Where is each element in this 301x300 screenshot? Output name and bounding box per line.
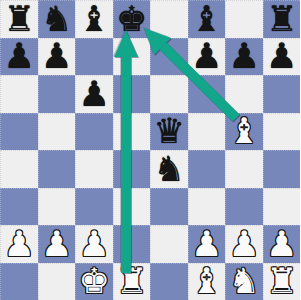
square-f6[interactable] [188,75,226,113]
piece-black-p-c6: ♟ [79,76,110,113]
square-c3[interactable] [75,188,113,226]
piece-white-r-h1: ♜ [266,263,297,300]
piece-white-b-f1: ♝ [191,263,222,300]
square-f8[interactable]: ♝ [188,0,226,38]
square-h6[interactable] [263,75,301,113]
piece-black-n-e4: ♞ [154,151,185,188]
square-a3[interactable] [0,188,38,226]
square-b4[interactable] [38,150,76,188]
square-c4[interactable] [75,150,113,188]
square-c2[interactable]: ♟ [75,225,113,263]
square-d2[interactable] [113,225,151,263]
piece-black-q-e5: ♛ [154,113,185,150]
square-e1[interactable] [150,263,188,300]
chess-board-screenshot: ♜♞♝♚♝♜♟♟♟♟♟♟♛♝♞♟♟♟♟♟♟♚♜♝♞♜ [0,0,300,300]
piece-white-p-a2: ♟ [4,226,35,263]
piece-black-k-d8: ♚ [116,1,147,38]
square-e8[interactable] [150,0,188,38]
square-g8[interactable] [225,0,263,38]
piece-black-b-c8: ♝ [79,1,110,38]
square-f2[interactable]: ♟ [188,225,226,263]
square-e5[interactable]: ♛ [150,113,188,151]
piece-black-b-f8: ♝ [191,1,222,38]
piece-white-n-g1: ♞ [229,263,260,300]
square-a8[interactable]: ♜ [0,0,38,38]
square-c5[interactable] [75,113,113,151]
square-d7[interactable] [113,38,151,76]
square-c6[interactable]: ♟ [75,75,113,113]
square-g3[interactable] [225,188,263,226]
square-h7[interactable]: ♟ [263,38,301,76]
piece-white-r-d1: ♜ [116,263,147,300]
piece-white-k-c1: ♚ [79,263,110,300]
square-c8[interactable]: ♝ [75,0,113,38]
square-d1[interactable]: ♜ [113,263,151,300]
piece-black-p-b7: ♟ [41,38,72,75]
square-d5[interactable] [113,113,151,151]
square-h5[interactable] [263,113,301,151]
square-e3[interactable] [150,188,188,226]
square-a4[interactable] [0,150,38,188]
square-d4[interactable] [113,150,151,188]
square-a1[interactable] [0,263,38,300]
square-f3[interactable] [188,188,226,226]
piece-black-r-a8: ♜ [4,1,35,38]
square-h2[interactable]: ♟ [263,225,301,263]
square-e7[interactable] [150,38,188,76]
square-h8[interactable]: ♜ [263,0,301,38]
square-f5[interactable] [188,113,226,151]
square-h3[interactable] [263,188,301,226]
piece-black-r-h8: ♜ [266,1,297,38]
square-f1[interactable]: ♝ [188,263,226,300]
square-e6[interactable] [150,75,188,113]
square-b5[interactable] [38,113,76,151]
square-h1[interactable]: ♜ [263,263,301,300]
square-b6[interactable] [38,75,76,113]
square-b3[interactable] [38,188,76,226]
square-e4[interactable]: ♞ [150,150,188,188]
piece-white-p-b2: ♟ [41,226,72,263]
piece-white-b-g5: ♝ [229,113,260,150]
square-a5[interactable] [0,113,38,151]
square-a2[interactable]: ♟ [0,225,38,263]
square-c1[interactable]: ♚ [75,263,113,300]
square-f4[interactable] [188,150,226,188]
square-b1[interactable] [38,263,76,300]
square-g7[interactable]: ♟ [225,38,263,76]
square-b7[interactable]: ♟ [38,38,76,76]
piece-white-p-c2: ♟ [79,226,110,263]
piece-white-p-g2: ♟ [229,226,260,263]
square-c7[interactable] [75,38,113,76]
square-b2[interactable]: ♟ [38,225,76,263]
square-f7[interactable]: ♟ [188,38,226,76]
square-g1[interactable]: ♞ [225,263,263,300]
square-d3[interactable] [113,188,151,226]
piece-black-p-h7: ♟ [266,38,297,75]
piece-black-p-a7: ♟ [4,38,35,75]
chess-board: ♜♞♝♚♝♜♟♟♟♟♟♟♛♝♞♟♟♟♟♟♟♚♜♝♞♜ [0,0,300,300]
square-b8[interactable]: ♞ [38,0,76,38]
piece-black-p-g7: ♟ [229,38,260,75]
square-d6[interactable] [113,75,151,113]
square-g4[interactable] [225,150,263,188]
square-g5[interactable]: ♝ [225,113,263,151]
square-g2[interactable]: ♟ [225,225,263,263]
piece-white-p-f2: ♟ [191,226,222,263]
piece-white-p-h2: ♟ [266,226,297,263]
square-g6[interactable] [225,75,263,113]
piece-black-p-f7: ♟ [191,38,222,75]
square-a6[interactable] [0,75,38,113]
piece-black-n-b8: ♞ [41,1,72,38]
square-a7[interactable]: ♟ [0,38,38,76]
square-h4[interactable] [263,150,301,188]
square-d8[interactable]: ♚ [113,0,151,38]
square-e2[interactable] [150,225,188,263]
